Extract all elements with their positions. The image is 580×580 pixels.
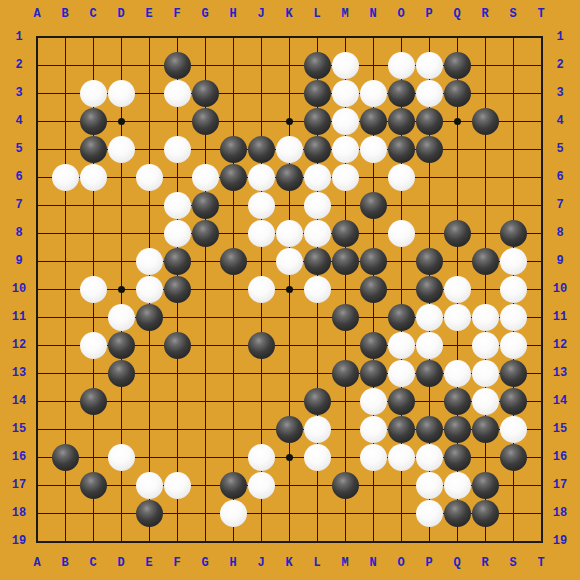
white-stone-J16 [248,444,275,471]
white-stone-R12 [472,332,499,359]
white-stone-K9 [276,248,303,275]
row-label-right-3: 3 [556,86,563,100]
row-label-left-12: 12 [12,338,26,352]
black-stone-N7 [360,192,387,219]
black-stone-R18 [472,500,499,527]
black-stone-Q16 [444,444,471,471]
black-stone-Q14 [444,388,471,415]
col-label-top-Q: Q [453,7,460,21]
white-stone-L10 [304,276,331,303]
white-stone-L7 [304,192,331,219]
black-stone-R9 [472,248,499,275]
white-stone-N14 [360,388,387,415]
black-stone-H17 [220,472,247,499]
black-stone-J5 [248,136,275,163]
black-stone-O11 [388,304,415,331]
black-stone-C5 [80,136,107,163]
row-label-right-12: 12 [553,338,567,352]
col-label-bottom-C: C [89,556,96,570]
row-label-left-6: 6 [15,170,22,184]
black-stone-L3 [304,80,331,107]
col-label-top-L: L [313,7,320,21]
col-label-top-M: M [341,7,348,21]
white-stone-F8 [164,220,191,247]
white-stone-C10 [80,276,107,303]
col-label-top-B: B [61,7,68,21]
white-stone-F7 [164,192,191,219]
black-stone-R17 [472,472,499,499]
black-stone-G8 [192,220,219,247]
black-stone-O3 [388,80,415,107]
black-stone-R15 [472,416,499,443]
black-stone-H9 [220,248,247,275]
row-label-left-14: 14 [12,394,26,408]
white-stone-P17 [416,472,443,499]
black-stone-L5 [304,136,331,163]
white-stone-F3 [164,80,191,107]
col-label-top-D: D [117,7,124,21]
white-stone-J8 [248,220,275,247]
row-label-left-13: 13 [12,366,26,380]
black-stone-O15 [388,416,415,443]
col-label-bottom-O: O [397,556,404,570]
white-stone-E6 [136,164,163,191]
black-stone-M8 [332,220,359,247]
col-label-bottom-E: E [145,556,152,570]
col-label-bottom-F: F [173,556,180,570]
black-stone-L9 [304,248,331,275]
white-stone-N5 [360,136,387,163]
white-stone-Q11 [444,304,471,331]
row-label-left-1: 1 [15,30,22,44]
row-label-right-15: 15 [553,422,567,436]
col-label-top-C: C [89,7,96,21]
white-stone-M3 [332,80,359,107]
star-point-K16 [286,454,293,461]
row-label-left-7: 7 [15,198,22,212]
col-label-top-H: H [229,7,236,21]
black-stone-M13 [332,360,359,387]
col-label-bottom-J: J [257,556,264,570]
row-label-left-8: 8 [15,226,22,240]
white-stone-D5 [108,136,135,163]
black-stone-D12 [108,332,135,359]
col-label-top-G: G [201,7,208,21]
white-stone-J6 [248,164,275,191]
white-stone-L16 [304,444,331,471]
white-stone-E17 [136,472,163,499]
white-stone-M4 [332,108,359,135]
black-stone-P9 [416,248,443,275]
row-label-right-14: 14 [553,394,567,408]
white-stone-F5 [164,136,191,163]
white-stone-P2 [416,52,443,79]
row-label-left-10: 10 [12,282,26,296]
row-label-left-15: 15 [12,422,26,436]
black-stone-P4 [416,108,443,135]
star-point-K4 [286,118,293,125]
star-point-D10 [118,286,125,293]
white-stone-D11 [108,304,135,331]
col-label-bottom-K: K [285,556,292,570]
white-stone-O6 [388,164,415,191]
white-stone-S12 [500,332,527,359]
black-stone-C4 [80,108,107,135]
black-stone-B16 [52,444,79,471]
black-stone-S16 [500,444,527,471]
col-label-bottom-B: B [61,556,68,570]
black-stone-F10 [164,276,191,303]
col-label-top-K: K [285,7,292,21]
white-stone-R14 [472,388,499,415]
star-point-Q4 [454,118,461,125]
white-stone-K8 [276,220,303,247]
white-stone-N3 [360,80,387,107]
black-stone-F12 [164,332,191,359]
white-stone-M5 [332,136,359,163]
row-label-right-5: 5 [556,142,563,156]
black-stone-E11 [136,304,163,331]
row-label-left-17: 17 [12,478,26,492]
white-stone-S11 [500,304,527,331]
white-stone-D16 [108,444,135,471]
row-label-right-19: 19 [553,534,567,548]
row-label-left-16: 16 [12,450,26,464]
white-stone-O8 [388,220,415,247]
black-stone-K15 [276,416,303,443]
white-stone-C6 [80,164,107,191]
row-label-left-11: 11 [12,310,26,324]
black-stone-P5 [416,136,443,163]
go-board[interactable]: AABBCCDDEEFFGGHHJJKKLLMMNNOOPPQQRRSSTT11… [0,0,580,580]
col-label-top-J: J [257,7,264,21]
col-label-bottom-G: G [201,556,208,570]
white-stone-O16 [388,444,415,471]
star-point-D4 [118,118,125,125]
black-stone-S14 [500,388,527,415]
row-label-right-1: 1 [556,30,563,44]
row-label-right-13: 13 [553,366,567,380]
col-label-bottom-D: D [117,556,124,570]
black-stone-Q18 [444,500,471,527]
white-stone-J7 [248,192,275,219]
white-stone-E10 [136,276,163,303]
col-label-top-T: T [537,7,544,21]
col-label-bottom-N: N [369,556,376,570]
col-label-top-R: R [481,7,488,21]
row-label-left-18: 18 [12,506,26,520]
white-stone-L6 [304,164,331,191]
row-label-left-3: 3 [15,86,22,100]
black-stone-K6 [276,164,303,191]
row-label-left-9: 9 [15,254,22,268]
col-label-top-O: O [397,7,404,21]
col-label-top-S: S [509,7,516,21]
black-stone-L14 [304,388,331,415]
star-point-K10 [286,286,293,293]
col-label-bottom-T: T [537,556,544,570]
black-stone-F9 [164,248,191,275]
white-stone-S15 [500,416,527,443]
white-stone-P12 [416,332,443,359]
black-stone-P10 [416,276,443,303]
black-stone-J12 [248,332,275,359]
black-stone-O4 [388,108,415,135]
white-stone-H18 [220,500,247,527]
col-label-top-F: F [173,7,180,21]
white-stone-F17 [164,472,191,499]
black-stone-R4 [472,108,499,135]
white-stone-D3 [108,80,135,107]
row-label-right-9: 9 [556,254,563,268]
black-stone-P13 [416,360,443,387]
white-stone-J10 [248,276,275,303]
black-stone-H5 [220,136,247,163]
black-stone-Q15 [444,416,471,443]
col-label-top-P: P [425,7,432,21]
black-stone-O14 [388,388,415,415]
black-stone-Q3 [444,80,471,107]
col-label-bottom-L: L [313,556,320,570]
black-stone-F2 [164,52,191,79]
row-label-right-17: 17 [553,478,567,492]
white-stone-Q13 [444,360,471,387]
black-stone-H6 [220,164,247,191]
white-stone-P16 [416,444,443,471]
white-stone-K5 [276,136,303,163]
col-label-top-N: N [369,7,376,21]
white-stone-C12 [80,332,107,359]
black-stone-N12 [360,332,387,359]
black-stone-N10 [360,276,387,303]
black-stone-D13 [108,360,135,387]
row-label-left-19: 19 [12,534,26,548]
white-stone-O13 [388,360,415,387]
black-stone-Q2 [444,52,471,79]
black-stone-L4 [304,108,331,135]
white-stone-E9 [136,248,163,275]
white-stone-N16 [360,444,387,471]
row-label-right-8: 8 [556,226,563,240]
black-stone-M11 [332,304,359,331]
white-stone-S9 [500,248,527,275]
col-label-bottom-Q: Q [453,556,460,570]
white-stone-Q17 [444,472,471,499]
black-stone-S8 [500,220,527,247]
black-stone-O5 [388,136,415,163]
col-label-bottom-R: R [481,556,488,570]
white-stone-G6 [192,164,219,191]
white-stone-R13 [472,360,499,387]
white-stone-M6 [332,164,359,191]
black-stone-G3 [192,80,219,107]
row-label-right-16: 16 [553,450,567,464]
white-stone-L8 [304,220,331,247]
black-stone-L2 [304,52,331,79]
row-label-right-6: 6 [556,170,563,184]
col-label-bottom-S: S [509,556,516,570]
white-stone-P11 [416,304,443,331]
row-label-right-18: 18 [553,506,567,520]
white-stone-R11 [472,304,499,331]
black-stone-N13 [360,360,387,387]
white-stone-C3 [80,80,107,107]
black-stone-S13 [500,360,527,387]
white-stone-L15 [304,416,331,443]
black-stone-P15 [416,416,443,443]
black-stone-N9 [360,248,387,275]
col-label-top-A: A [33,7,40,21]
white-stone-Q10 [444,276,471,303]
black-stone-C17 [80,472,107,499]
row-label-right-11: 11 [553,310,567,324]
white-stone-P18 [416,500,443,527]
row-label-left-2: 2 [15,58,22,72]
col-label-bottom-A: A [33,556,40,570]
row-label-right-10: 10 [553,282,567,296]
col-label-bottom-H: H [229,556,236,570]
row-label-right-4: 4 [556,114,563,128]
row-label-left-4: 4 [15,114,22,128]
white-stone-M2 [332,52,359,79]
col-label-top-E: E [145,7,152,21]
black-stone-E18 [136,500,163,527]
white-stone-N15 [360,416,387,443]
white-stone-B6 [52,164,79,191]
white-stone-O2 [388,52,415,79]
row-label-right-2: 2 [556,58,563,72]
black-stone-N4 [360,108,387,135]
col-label-bottom-M: M [341,556,348,570]
white-stone-S10 [500,276,527,303]
white-stone-J17 [248,472,275,499]
black-stone-G7 [192,192,219,219]
black-stone-Q8 [444,220,471,247]
black-stone-G4 [192,108,219,135]
col-label-bottom-P: P [425,556,432,570]
row-label-right-7: 7 [556,198,563,212]
row-label-left-5: 5 [15,142,22,156]
black-stone-C14 [80,388,107,415]
white-stone-P3 [416,80,443,107]
black-stone-M17 [332,472,359,499]
black-stone-M9 [332,248,359,275]
white-stone-O12 [388,332,415,359]
